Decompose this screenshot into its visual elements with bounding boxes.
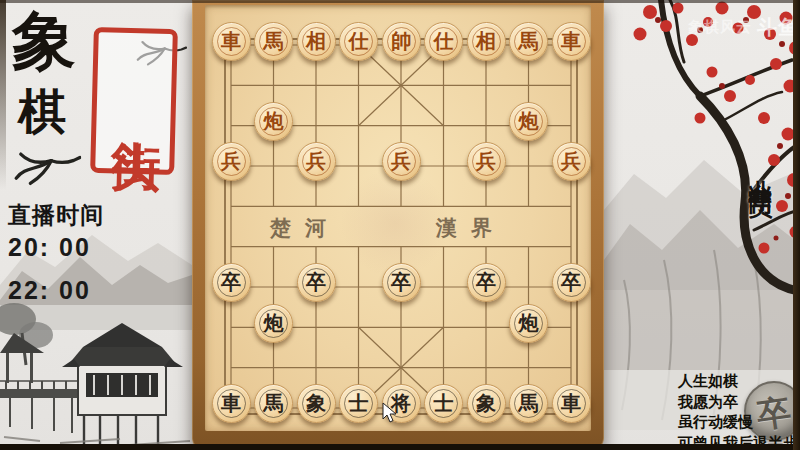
piece-glyph: 相 (468, 23, 505, 60)
mouse-cursor (382, 402, 398, 424)
douyu-logo: 斗鱼 (757, 14, 799, 41)
piece-glyph: 兵 (553, 143, 590, 180)
piece-glyph: 兵 (468, 143, 505, 180)
broadcast-time-heading: 直播时间 (8, 200, 104, 231)
piece-black-horse[interactable]: 馬 (254, 384, 293, 423)
piece-glyph: 卒 (383, 264, 420, 301)
poem-line: 人生如棋 (678, 371, 800, 392)
piece-red-chariot[interactable]: 車 (552, 22, 591, 61)
piece-red-elephant[interactable]: 相 (297, 22, 336, 61)
piece-glyph: 馬 (255, 385, 292, 422)
piece-black-soldier[interactable]: 卒 (552, 263, 591, 302)
piece-red-soldier[interactable]: 兵 (212, 142, 251, 181)
xiangqi-board[interactable]: 楚河 漢界 車馬相仕帥仕相馬車炮炮兵兵兵兵兵卒卒卒卒卒炮炮車馬象士将士象馬車 (192, 0, 604, 450)
piece-red-chariot[interactable]: 車 (212, 22, 251, 61)
piece-red-soldier[interactable]: 兵 (467, 142, 506, 181)
right-panel: 象棋风云 斗鱼 业叁守門员 卒 人生如棋 我愿为卒 虽行动缓慢 可曾见我后退半步 (604, 0, 800, 450)
piece-glyph: 象 (468, 385, 505, 422)
piece-glyph: 兵 (298, 143, 335, 180)
piece-glyph: 卒 (298, 264, 335, 301)
piece-glyph: 帥 (383, 23, 420, 60)
piece-glyph: 炮 (255, 103, 292, 140)
piece-black-chariot[interactable]: 車 (212, 384, 251, 423)
piece-black-soldier[interactable]: 卒 (297, 263, 336, 302)
channel-logo: 象 棋 街头 (8, 4, 178, 184)
piece-glyph: 炮 (510, 103, 547, 140)
piece-black-advisor[interactable]: 士 (424, 384, 463, 423)
piece-red-soldier[interactable]: 兵 (382, 142, 421, 181)
piece-black-soldier[interactable]: 卒 (212, 263, 251, 302)
streamer-name-vertical: 业叁守門员 (744, 160, 776, 180)
left-panel: 象 棋 街头 直播时间 20: 00 22: 00 (0, 0, 192, 450)
poem-line: 虽行动缓慢 (678, 412, 800, 433)
piece-red-cannon[interactable]: 炮 (254, 102, 293, 141)
piece-glyph: 士 (425, 385, 462, 422)
logo-char-qi: 棋 (18, 80, 66, 144)
broadcast-time-2: 22: 00 (8, 276, 91, 305)
piece-glyph: 卒 (213, 264, 250, 301)
river-label-han: 漢界 (436, 214, 506, 242)
piece-glyph: 車 (553, 23, 590, 60)
piece-black-soldier[interactable]: 卒 (382, 263, 421, 302)
pavilion-art (0, 295, 195, 450)
piece-glyph: 仕 (340, 23, 377, 60)
piece-glyph: 車 (213, 385, 250, 422)
logo-seal-stamp: 街头 (90, 27, 178, 175)
piece-glyph: 相 (298, 23, 335, 60)
piece-red-general[interactable]: 帥 (382, 22, 421, 61)
piece-glyph: 象 (298, 385, 335, 422)
poem-line: 我愿为卒 (678, 392, 800, 413)
piece-red-advisor[interactable]: 仕 (424, 22, 463, 61)
piece-red-horse[interactable]: 馬 (254, 22, 293, 61)
piece-red-soldier[interactable]: 兵 (297, 142, 336, 181)
piece-black-soldier[interactable]: 卒 (467, 263, 506, 302)
piece-black-cannon[interactable]: 炮 (509, 304, 548, 343)
piece-glyph: 炮 (255, 305, 292, 342)
watermark-text: 象棋风云 (688, 18, 752, 37)
river-label-chu: 楚河 (270, 214, 340, 242)
piece-glyph: 兵 (383, 143, 420, 180)
piece-glyph: 兵 (213, 143, 250, 180)
poem-line: 可曾见我后退半步 (678, 433, 800, 450)
piece-glyph: 馬 (255, 23, 292, 60)
piece-red-advisor[interactable]: 仕 (339, 22, 378, 61)
piece-black-elephant[interactable]: 象 (467, 384, 506, 423)
piece-glyph: 車 (213, 23, 250, 60)
piece-glyph: 馬 (510, 23, 547, 60)
piece-black-chariot[interactable]: 車 (552, 384, 591, 423)
piece-red-soldier[interactable]: 兵 (552, 142, 591, 181)
piece-red-horse[interactable]: 馬 (509, 22, 548, 61)
broadcast-time-1: 20: 00 (8, 233, 91, 262)
piece-glyph: 卒 (553, 264, 590, 301)
stream-watermark: 象棋风云 斗鱼 (688, 14, 799, 41)
piece-glyph: 卒 (468, 264, 505, 301)
piece-glyph: 馬 (510, 385, 547, 422)
piece-black-elephant[interactable]: 象 (297, 384, 336, 423)
piece-glyph: 車 (553, 385, 590, 422)
piece-black-cannon[interactable]: 炮 (254, 304, 293, 343)
poem-block: 人生如棋 我愿为卒 虽行动缓慢 可曾见我后退半步 (678, 371, 800, 450)
piece-black-advisor[interactable]: 士 (339, 384, 378, 423)
piece-red-cannon[interactable]: 炮 (509, 102, 548, 141)
piece-glyph: 士 (340, 385, 377, 422)
logo-char-xiang: 象 (12, 0, 76, 85)
piece-black-horse[interactable]: 馬 (509, 384, 548, 423)
piece-glyph: 炮 (510, 305, 547, 342)
piece-red-elephant[interactable]: 相 (467, 22, 506, 61)
piece-glyph: 仕 (425, 23, 462, 60)
stream-stage: 象 棋 街头 直播时间 20: 00 22: 00 (0, 0, 800, 450)
board-grid (192, 0, 604, 450)
